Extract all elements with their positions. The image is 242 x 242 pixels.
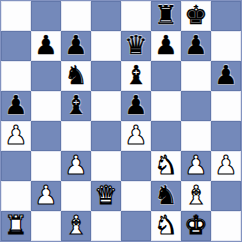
square-c6[interactable]: ♞	[61, 61, 91, 91]
white-rook-icon: ♜	[4, 211, 27, 240]
square-h4[interactable]	[211, 121, 241, 151]
square-f7[interactable]: ♟︎	[151, 31, 181, 61]
square-d8[interactable]	[91, 1, 121, 31]
square-e1[interactable]	[121, 211, 151, 241]
square-d1[interactable]	[91, 211, 121, 241]
square-b4[interactable]	[31, 121, 61, 151]
white-knight-icon: ♞	[154, 211, 177, 240]
square-c1[interactable]: ♝	[61, 211, 91, 241]
square-g3[interactable]: ♟︎	[181, 151, 211, 181]
square-e3[interactable]	[121, 151, 151, 181]
square-f6[interactable]	[151, 61, 181, 91]
square-c8[interactable]	[61, 1, 91, 31]
square-e7[interactable]: ♛	[121, 31, 151, 61]
square-b6[interactable]	[31, 61, 61, 91]
black-king-icon: ♚	[184, 1, 207, 30]
square-f4[interactable]	[151, 121, 181, 151]
square-f2[interactable]: ♞	[151, 181, 181, 211]
white-queen-icon: ♛	[94, 181, 117, 210]
square-f1[interactable]: ♞	[151, 211, 181, 241]
square-d2[interactable]: ♛	[91, 181, 121, 211]
white-knight-icon: ♞	[154, 151, 177, 180]
square-h7[interactable]	[211, 31, 241, 61]
square-a7[interactable]	[1, 31, 31, 61]
black-knight-icon: ♞	[64, 61, 87, 90]
black-pawn-icon: ♟︎	[4, 91, 27, 120]
square-e4[interactable]: ♟︎	[121, 121, 151, 151]
square-c3[interactable]: ♟︎	[61, 151, 91, 181]
square-h6[interactable]: ♟︎	[211, 61, 241, 91]
black-bishop-icon: ♝	[124, 61, 147, 90]
white-pawn-icon: ♟︎	[34, 181, 57, 210]
square-f8[interactable]: ♜	[151, 1, 181, 31]
white-pawn-icon: ♟︎	[124, 121, 147, 150]
square-b5[interactable]	[31, 91, 61, 121]
square-e5[interactable]: ♟︎	[121, 91, 151, 121]
white-king-icon: ♚	[184, 211, 207, 240]
black-pawn-icon: ♟︎	[124, 91, 147, 120]
white-pawn-icon: ♟︎	[4, 121, 27, 150]
black-bishop-icon: ♝	[64, 91, 87, 120]
square-g5[interactable]	[181, 91, 211, 121]
square-a8[interactable]	[1, 1, 31, 31]
square-b3[interactable]	[31, 151, 61, 181]
black-knight-icon: ♞	[154, 181, 177, 210]
square-g1[interactable]: ♚	[181, 211, 211, 241]
square-a4[interactable]: ♟︎	[1, 121, 31, 151]
square-a1[interactable]: ♜	[1, 211, 31, 241]
square-d3[interactable]	[91, 151, 121, 181]
square-e2[interactable]	[121, 181, 151, 211]
square-h2[interactable]	[211, 181, 241, 211]
square-c4[interactable]	[61, 121, 91, 151]
square-f5[interactable]	[151, 91, 181, 121]
square-g4[interactable]	[181, 121, 211, 151]
chess-board: ♜♚♟︎♟︎♛♟︎♟︎♞♝♟︎♟︎♝♟︎♟︎♟︎♟︎♞♟︎♟︎♟︎♛♞♝♜♝♞♚	[0, 0, 242, 242]
white-bishop-icon: ♝	[184, 181, 207, 210]
square-g2[interactable]: ♝	[181, 181, 211, 211]
square-b2[interactable]: ♟︎	[31, 181, 61, 211]
white-pawn-icon: ♟︎	[64, 151, 87, 180]
white-bishop-icon: ♝	[64, 211, 87, 240]
square-f3[interactable]: ♞	[151, 151, 181, 181]
square-g6[interactable]	[181, 61, 211, 91]
square-g8[interactable]: ♚	[181, 1, 211, 31]
black-pawn-icon: ♟︎	[154, 31, 177, 60]
square-c7[interactable]: ♟︎	[61, 31, 91, 61]
white-pawn-icon: ♟︎	[214, 151, 237, 180]
square-d4[interactable]	[91, 121, 121, 151]
square-e8[interactable]	[121, 1, 151, 31]
square-e6[interactable]: ♝	[121, 61, 151, 91]
square-c2[interactable]	[61, 181, 91, 211]
square-a5[interactable]: ♟︎	[1, 91, 31, 121]
square-d6[interactable]	[91, 61, 121, 91]
square-d5[interactable]	[91, 91, 121, 121]
square-d7[interactable]	[91, 31, 121, 61]
square-b8[interactable]	[31, 1, 61, 31]
square-a2[interactable]	[1, 181, 31, 211]
square-h8[interactable]	[211, 1, 241, 31]
square-g7[interactable]: ♟︎	[181, 31, 211, 61]
square-h5[interactable]	[211, 91, 241, 121]
square-h3[interactable]: ♟︎	[211, 151, 241, 181]
square-a3[interactable]	[1, 151, 31, 181]
black-pawn-icon: ♟︎	[64, 31, 87, 60]
black-pawn-icon: ♟︎	[34, 31, 57, 60]
square-h1[interactable]	[211, 211, 241, 241]
black-rook-icon: ♜	[154, 1, 177, 30]
square-a6[interactable]	[1, 61, 31, 91]
white-pawn-icon: ♟︎	[184, 151, 207, 180]
square-b7[interactable]: ♟︎	[31, 31, 61, 61]
square-c5[interactable]: ♝	[61, 91, 91, 121]
black-pawn-icon: ♟︎	[184, 31, 207, 60]
black-queen-icon: ♛	[124, 31, 147, 60]
square-b1[interactable]	[31, 211, 61, 241]
black-pawn-icon: ♟︎	[214, 61, 237, 90]
